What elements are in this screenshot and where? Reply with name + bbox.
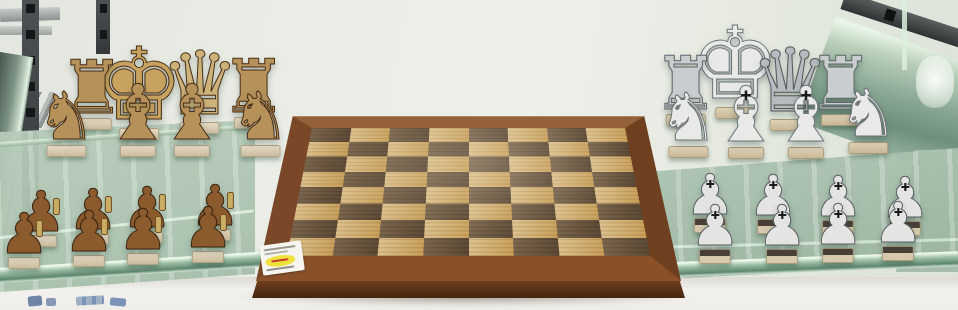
- misc-blue-figurine: [110, 297, 127, 306]
- board-square: [425, 203, 469, 220]
- board-square: [380, 220, 425, 237]
- board-square: [426, 187, 469, 203]
- board-square: [588, 142, 631, 157]
- board-square: [389, 128, 430, 142]
- figurine-base: [72, 118, 112, 130]
- misc-blue-figurine: [76, 295, 104, 305]
- pawn-glyph: ♟: [64, 206, 114, 258]
- pawn-glyph: ♟: [813, 171, 863, 223]
- board-square: [595, 187, 640, 203]
- figurine-base: [77, 233, 109, 245]
- board-square: [556, 220, 602, 237]
- board-square: [592, 171, 636, 187]
- rook-glyph: ♜: [653, 49, 719, 117]
- left-pawn-figurine: ♟: [190, 157, 240, 241]
- figurine-base: [822, 220, 854, 235]
- figurine-base: [120, 145, 156, 157]
- board-square: [550, 156, 593, 171]
- right-pawn-figurine: ♟: [813, 179, 863, 263]
- price-tag: [259, 240, 305, 276]
- chess-board: [256, 116, 681, 281]
- figurine-base: [131, 231, 163, 243]
- board-square: [599, 220, 646, 237]
- right-knight-figurine: ♞: [658, 66, 717, 158]
- board-square: [590, 156, 633, 171]
- board-square: [508, 128, 549, 142]
- board-square: [309, 128, 351, 142]
- figurine-base: [46, 145, 86, 157]
- board-square: [381, 203, 425, 220]
- board-square: [548, 142, 590, 157]
- board-grid: [287, 128, 650, 256]
- board-square: [469, 128, 509, 142]
- left-pawn-figurine: ♟: [183, 179, 233, 263]
- rook-glyph: ♜: [59, 53, 125, 121]
- board-square: [291, 220, 338, 237]
- board-square: [551, 171, 595, 187]
- pawn-glyph: ♟: [748, 170, 798, 222]
- bishop-glyph: ♝: [712, 80, 780, 150]
- figurine-base: [666, 114, 706, 126]
- wall-bracket-strip: [22, 0, 39, 238]
- pawn-glyph: ♟: [118, 204, 168, 256]
- figurine-base: [694, 218, 726, 233]
- figurine-base: [668, 146, 708, 158]
- right-rook-figurine: ♜: [653, 26, 719, 126]
- left-queen-figurine: ♛: [161, 14, 240, 134]
- board-square: [427, 156, 468, 171]
- board-square: [426, 171, 468, 187]
- board-square: [597, 203, 643, 220]
- board-square: [378, 237, 424, 255]
- board-square: [294, 203, 340, 220]
- left-rook-figurine: ♜: [221, 29, 287, 129]
- board-square: [424, 220, 468, 237]
- right-king-figurine: ♚: [690, 0, 780, 119]
- board-square: [513, 237, 559, 255]
- board-square: [386, 156, 428, 171]
- board-square: [554, 203, 599, 220]
- knight-glyph: ♞: [230, 87, 289, 148]
- figurine-base: [728, 147, 764, 159]
- pawn-glyph: ♟: [122, 182, 172, 234]
- left-pawn-figurine: ♟: [68, 161, 118, 245]
- figurine-base: [715, 107, 755, 119]
- board-square: [306, 142, 349, 157]
- lace-doily: [916, 56, 954, 108]
- right-pawn-figurine: ♟: [757, 180, 807, 264]
- board-square: [300, 171, 344, 187]
- board-square: [469, 203, 513, 220]
- knight-glyph: ♞: [658, 88, 717, 149]
- left-bishop-figurine: ♝: [104, 55, 172, 157]
- misc-blue-figurine: [28, 295, 43, 306]
- board-square: [510, 171, 553, 187]
- board-square: [557, 237, 604, 255]
- bishop-glyph: ♝: [158, 78, 226, 148]
- board-square: [509, 156, 551, 171]
- board-front-edge: [252, 281, 685, 298]
- rook-glyph: ♜: [221, 52, 287, 120]
- right-pawn-figurine: ♟: [690, 180, 740, 264]
- board-square: [508, 142, 549, 157]
- board-square: [428, 142, 469, 157]
- board-square: [512, 220, 557, 237]
- board-square: [469, 142, 510, 157]
- board-square: [429, 128, 469, 142]
- pawn-glyph: ♟: [190, 180, 240, 232]
- pawn-glyph: ♟: [183, 202, 233, 254]
- king-glyph: ♚: [690, 18, 780, 110]
- left-pawn-figurine: ♟: [122, 159, 172, 243]
- board-square: [586, 128, 628, 142]
- board-square: [469, 220, 513, 237]
- board-square: [469, 187, 512, 203]
- board-square: [553, 187, 597, 203]
- board-square: [340, 187, 384, 203]
- board-square: [602, 237, 650, 255]
- figurine-base: [240, 145, 280, 157]
- queen-glyph: ♛: [161, 44, 240, 125]
- board-square: [547, 128, 588, 142]
- board-square: [387, 142, 428, 157]
- board-square: [511, 187, 555, 203]
- board-square: [423, 237, 468, 255]
- shop-display-scene: ♞♜♚♛♜♞♝♝♟♟♟♟♟♟♟♟ ♞♜♚♛♜♞♝♝♟♟♟♟♟♟♟♟: [0, 0, 958, 310]
- figurine-base: [788, 147, 824, 159]
- board-square: [332, 237, 379, 255]
- figurine-base: [757, 219, 789, 234]
- board-square: [303, 156, 346, 171]
- right-pawn-figurine: ♟: [813, 151, 863, 235]
- pawn-glyph: ♟: [685, 169, 735, 221]
- left-rook-figurine: ♜: [59, 30, 125, 130]
- board-square: [297, 187, 342, 203]
- left-bishop-figurine: ♝: [158, 55, 226, 157]
- board-square: [469, 171, 511, 187]
- figurine-base: [174, 145, 210, 157]
- board-square: [345, 156, 388, 171]
- right-bishop-figurine: ♝: [712, 57, 780, 159]
- glass-shelf-right-front-edge: [648, 251, 958, 278]
- right-pawn-figurine: ♟: [685, 149, 735, 233]
- board-square: [383, 187, 427, 203]
- board-square: [349, 128, 390, 142]
- right-pawn-figurine: ♟: [748, 150, 798, 234]
- wall-bracket-strip: [96, 0, 110, 54]
- board-square: [384, 171, 427, 187]
- board-square: [347, 142, 389, 157]
- board-square: [469, 237, 514, 255]
- board-square: [511, 203, 555, 220]
- board-square: [338, 203, 383, 220]
- board-square: [342, 171, 386, 187]
- figurine-base: [199, 229, 231, 241]
- board-square: [335, 220, 381, 237]
- left-knight-figurine: ♞: [230, 65, 289, 157]
- board-square: [469, 156, 510, 171]
- glass-vertical-edge: [902, 0, 907, 70]
- misc-blue-figurine: [46, 298, 56, 306]
